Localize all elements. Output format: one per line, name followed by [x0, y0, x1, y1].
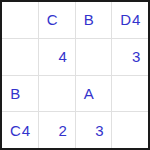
- cell-r4c3[interactable]: 3: [76, 112, 112, 148]
- cell-r3c1[interactable]: B: [2, 76, 38, 112]
- cell-r1c4[interactable]: D4: [112, 2, 148, 38]
- cell-r1c3[interactable]: B: [76, 2, 112, 38]
- cell-letter: C: [46, 12, 58, 27]
- cell-letter: A: [83, 86, 95, 101]
- cell-letter: B: [9, 86, 21, 101]
- cell-r2c4[interactable]: 3: [112, 39, 148, 75]
- cell-r1c2[interactable]: C: [39, 2, 75, 38]
- cell-letter: B: [83, 12, 95, 27]
- cell-r4c1[interactable]: C4: [2, 112, 38, 148]
- puzzle-board: C B D4 4 3 B A C4 2 3: [0, 0, 150, 150]
- cell-r2c2[interactable]: 4: [39, 39, 75, 75]
- cell-r2c1[interactable]: [2, 39, 38, 75]
- cell-r2c3[interactable]: [76, 39, 112, 75]
- cell-r3c3[interactable]: A: [76, 76, 112, 112]
- cell-number: 4: [132, 12, 141, 27]
- cell-number: 4: [58, 49, 67, 64]
- cell-r3c4[interactable]: [112, 76, 148, 112]
- cell-letter: D: [120, 12, 132, 27]
- cell-number: 4: [21, 123, 30, 138]
- cell-number: 3: [95, 123, 104, 138]
- cell-r3c2[interactable]: [39, 76, 75, 112]
- cell-number: 3: [132, 49, 141, 64]
- cell-number: 2: [58, 123, 67, 138]
- cell-letter: C: [9, 123, 21, 138]
- cell-r4c2[interactable]: 2: [39, 112, 75, 148]
- cell-r4c4[interactable]: [112, 112, 148, 148]
- cell-r1c1[interactable]: [2, 2, 38, 38]
